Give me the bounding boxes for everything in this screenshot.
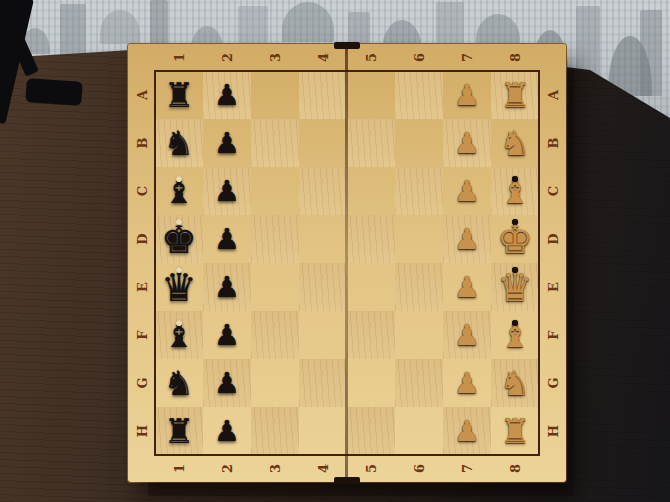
square-B2[interactable]: ♟ — [203, 119, 251, 167]
square-G5[interactable] — [347, 359, 395, 407]
file-label-right-F: F — [539, 311, 566, 359]
file-label-right-E: E — [539, 263, 566, 311]
file-label-left-F: F — [128, 311, 155, 359]
rank-label-bottom-7-label: 7 — [454, 445, 481, 493]
hinge-bottom — [334, 477, 360, 484]
white-pawn[interactable]: ♟ — [443, 215, 491, 263]
piece-tip-bead — [176, 219, 182, 225]
file-label-left-A: A — [128, 71, 155, 119]
square-D4[interactable] — [299, 215, 347, 263]
file-label-right-A: A — [539, 71, 566, 119]
square-C7[interactable]: ♟ — [443, 167, 491, 215]
white-pawn[interactable]: ♟ — [443, 167, 491, 215]
file-label-right-A-label: A — [529, 82, 577, 109]
square-A1[interactable]: ♜ — [155, 71, 203, 119]
piece-tip-bead — [176, 320, 182, 326]
square-F4[interactable] — [299, 311, 347, 359]
black-bishop[interactable]: ♝ — [155, 167, 203, 215]
rank-label-bottom-1-label: 1 — [166, 445, 193, 493]
square-E2[interactable]: ♟ — [203, 263, 251, 311]
square-G4[interactable] — [299, 359, 347, 407]
square-B1[interactable]: ♞ — [155, 119, 203, 167]
chess-board: 12345678A♜♟♟♜AB♞♟♟♞BC♝♟♟♝CD♚♟♟♚DE♛♟♟♛EF♝… — [128, 44, 566, 482]
rank-label-bottom-3: 3 — [251, 455, 299, 482]
white-pawn[interactable]: ♟ — [443, 263, 491, 311]
square-D3[interactable] — [251, 215, 299, 263]
square-C3[interactable] — [251, 167, 299, 215]
rank-label-top-7: 7 — [443, 44, 491, 71]
hinge-top — [334, 42, 360, 49]
board-fold-seam — [345, 46, 348, 480]
square-B4[interactable] — [299, 119, 347, 167]
file-label-left-D: D — [128, 215, 155, 263]
black-knight[interactable]: ♞ — [155, 119, 203, 167]
piece-tip-bead — [512, 320, 518, 326]
file-label-right-D-label: D — [529, 226, 577, 253]
square-B6[interactable] — [395, 119, 443, 167]
rank-label-top-6: 6 — [395, 44, 443, 71]
black-pawn[interactable]: ♟ — [203, 263, 251, 311]
square-F5[interactable] — [347, 311, 395, 359]
rank-label-top-2: 2 — [203, 44, 251, 71]
rank-label-bottom-7: 7 — [443, 455, 491, 482]
file-label-left-H: H — [128, 407, 155, 455]
tripod-clamp-foot — [25, 78, 83, 106]
square-F1[interactable]: ♝ — [155, 311, 203, 359]
rank-label-bottom-6: 6 — [395, 455, 443, 482]
file-label-right-G: G — [539, 359, 566, 407]
square-D5[interactable] — [347, 215, 395, 263]
black-pawn[interactable]: ♟ — [203, 359, 251, 407]
file-label-right-E-label: E — [529, 274, 577, 301]
rank-label-bottom-8-label: 8 — [502, 445, 529, 493]
rank-label-top-3: 3 — [251, 44, 299, 71]
wallpaper-motif — [100, 10, 140, 44]
file-label-right-H-label: H — [529, 418, 577, 445]
square-B3[interactable] — [251, 119, 299, 167]
black-bishop[interactable]: ♝ — [155, 311, 203, 359]
square-A5[interactable] — [347, 71, 395, 119]
square-G7[interactable]: ♟ — [443, 359, 491, 407]
file-label-right-C-label: C — [529, 178, 577, 205]
piece-tip-bead — [176, 176, 182, 182]
black-rook[interactable]: ♜ — [155, 71, 203, 119]
piece-tip-bead — [512, 176, 518, 182]
square-G3[interactable] — [251, 359, 299, 407]
white-pawn[interactable]: ♟ — [443, 71, 491, 119]
square-F6[interactable] — [395, 311, 443, 359]
white-pawn[interactable]: ♟ — [443, 311, 491, 359]
file-label-right-H: H — [539, 407, 566, 455]
rank-label-bottom-2: 2 — [203, 455, 251, 482]
file-label-left-E: E — [128, 263, 155, 311]
piece-tip-bead — [512, 267, 518, 273]
white-pawn[interactable]: ♟ — [443, 119, 491, 167]
black-pawn[interactable]: ♟ — [203, 311, 251, 359]
rank-label-bottom-5-label: 5 — [358, 445, 385, 493]
black-pawn[interactable]: ♟ — [203, 119, 251, 167]
square-A7[interactable]: ♟ — [443, 71, 491, 119]
rank-label-bottom-4-label: 4 — [310, 445, 337, 493]
border-corner — [128, 44, 155, 71]
square-D2[interactable]: ♟ — [203, 215, 251, 263]
photo-scene: 12345678A♜♟♟♜AB♞♟♟♞BC♝♟♟♝CD♚♟♟♚DE♛♟♟♛EF♝… — [0, 0, 670, 502]
square-E3[interactable] — [251, 263, 299, 311]
wallpaper-motif — [576, 6, 600, 76]
piece-tip-bead — [512, 219, 518, 225]
square-C2[interactable]: ♟ — [203, 167, 251, 215]
file-label-left-C: C — [128, 167, 155, 215]
file-label-right-B-label: B — [529, 130, 577, 157]
rank-label-top-1: 1 — [155, 44, 203, 71]
border-corner — [128, 455, 155, 482]
square-A3[interactable] — [251, 71, 299, 119]
square-C1[interactable]: ♝ — [155, 167, 203, 215]
square-F7[interactable]: ♟ — [443, 311, 491, 359]
square-E6[interactable] — [395, 263, 443, 311]
file-label-left-G: G — [128, 359, 155, 407]
square-F3[interactable] — [251, 311, 299, 359]
square-C4[interactable] — [299, 167, 347, 215]
square-F2[interactable]: ♟ — [203, 311, 251, 359]
square-C6[interactable] — [395, 167, 443, 215]
rank-label-bottom-3-label: 3 — [262, 445, 289, 493]
file-label-left-B: B — [128, 119, 155, 167]
rank-label-bottom-8: 8 — [491, 455, 539, 482]
file-label-right-G-label: G — [529, 370, 577, 397]
square-D1[interactable]: ♚ — [155, 215, 203, 263]
square-A6[interactable] — [395, 71, 443, 119]
piece-tip-bead — [176, 267, 182, 273]
file-label-right-C: C — [539, 167, 566, 215]
square-A4[interactable] — [299, 71, 347, 119]
square-A2[interactable]: ♟ — [203, 71, 251, 119]
square-D7[interactable]: ♟ — [443, 215, 491, 263]
square-E1[interactable]: ♛ — [155, 263, 203, 311]
rank-label-bottom-1: 1 — [155, 455, 203, 482]
black-pawn[interactable]: ♟ — [203, 71, 251, 119]
black-knight[interactable]: ♞ — [155, 359, 203, 407]
square-G1[interactable]: ♞ — [155, 359, 203, 407]
file-label-right-F-label: F — [529, 322, 577, 349]
square-G2[interactable]: ♟ — [203, 359, 251, 407]
black-pawn[interactable]: ♟ — [203, 167, 251, 215]
square-B7[interactable]: ♟ — [443, 119, 491, 167]
rank-label-bottom-6-label: 6 — [406, 445, 433, 493]
square-E7[interactable]: ♟ — [443, 263, 491, 311]
black-queen[interactable]: ♛ — [155, 263, 203, 311]
file-label-right-D: D — [539, 215, 566, 263]
black-pawn[interactable]: ♟ — [203, 215, 251, 263]
square-D6[interactable] — [395, 215, 443, 263]
square-E5[interactable] — [347, 263, 395, 311]
square-G6[interactable] — [395, 359, 443, 407]
black-king[interactable]: ♚ — [155, 215, 203, 263]
rank-label-top-8: 8 — [491, 44, 539, 71]
border-corner — [539, 455, 566, 482]
square-E4[interactable] — [299, 263, 347, 311]
wallpaper-motif — [640, 10, 662, 96]
rank-label-bottom-2-label: 2 — [214, 445, 241, 493]
white-pawn[interactable]: ♟ — [443, 359, 491, 407]
border-corner — [539, 44, 566, 71]
file-label-right-B: B — [539, 119, 566, 167]
square-C5[interactable] — [347, 167, 395, 215]
square-B5[interactable] — [347, 119, 395, 167]
